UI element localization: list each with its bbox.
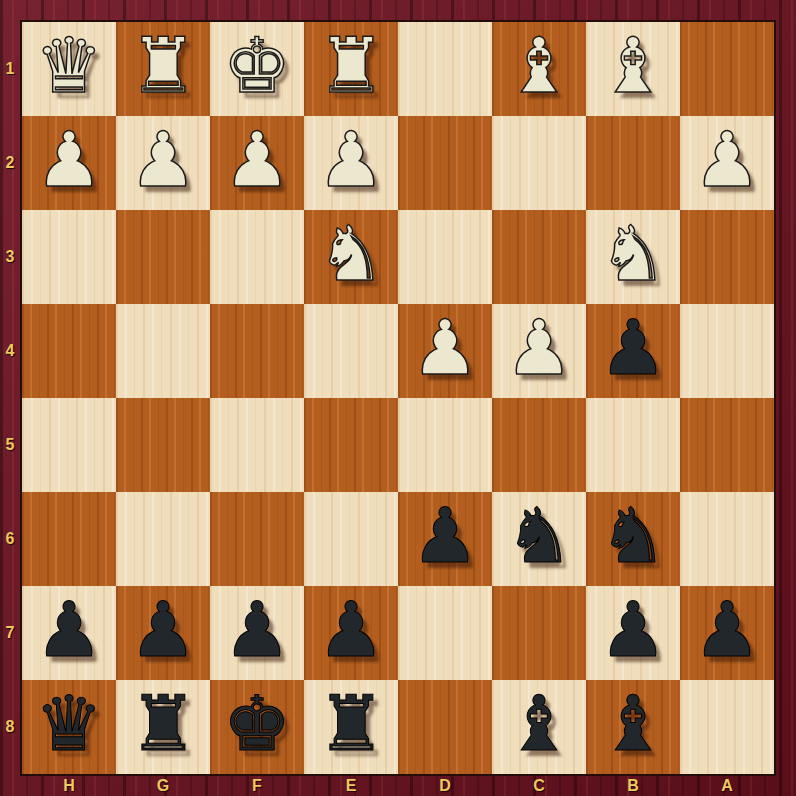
- square-b5[interactable]: [586, 398, 680, 492]
- square-d5[interactable]: [398, 398, 492, 492]
- square-b4[interactable]: ♟: [586, 304, 680, 398]
- piece-white-pawn[interactable]: ♟: [223, 122, 291, 198]
- rank-label-6: 6: [0, 492, 20, 586]
- square-b2[interactable]: [586, 116, 680, 210]
- piece-black-pawn[interactable]: ♟: [129, 592, 197, 668]
- rank-label-8: 8: [0, 680, 20, 774]
- rank-label-3: 3: [0, 210, 20, 304]
- square-e8[interactable]: ♜: [304, 680, 398, 774]
- square-d1[interactable]: [398, 22, 492, 116]
- piece-black-knight[interactable]: ♞: [505, 498, 573, 574]
- rank-label-5: 5: [0, 398, 20, 492]
- square-c7[interactable]: [492, 586, 586, 680]
- square-b1[interactable]: ♝: [586, 22, 680, 116]
- square-d8[interactable]: [398, 680, 492, 774]
- square-c6[interactable]: ♞: [492, 492, 586, 586]
- piece-white-knight[interactable]: ♞: [599, 216, 667, 292]
- square-f3[interactable]: [210, 210, 304, 304]
- square-c1[interactable]: ♝: [492, 22, 586, 116]
- piece-white-rook[interactable]: ♜: [129, 28, 197, 104]
- square-f4[interactable]: [210, 304, 304, 398]
- square-f6[interactable]: [210, 492, 304, 586]
- piece-black-pawn[interactable]: ♟: [599, 310, 667, 386]
- piece-white-knight[interactable]: ♞: [317, 216, 385, 292]
- square-h5[interactable]: [22, 398, 116, 492]
- piece-black-knight[interactable]: ♞: [599, 498, 667, 574]
- square-e7[interactable]: ♟: [304, 586, 398, 680]
- square-g7[interactable]: ♟: [116, 586, 210, 680]
- square-d2[interactable]: [398, 116, 492, 210]
- square-a4[interactable]: [680, 304, 774, 398]
- square-h8[interactable]: ♛: [22, 680, 116, 774]
- square-f2[interactable]: ♟: [210, 116, 304, 210]
- piece-black-bishop[interactable]: ♝: [505, 686, 573, 762]
- square-h1[interactable]: ♛: [22, 22, 116, 116]
- square-d3[interactable]: [398, 210, 492, 304]
- square-h3[interactable]: [22, 210, 116, 304]
- piece-white-king[interactable]: ♚: [223, 28, 291, 104]
- rank-label-1: 1: [0, 22, 20, 116]
- square-a8[interactable]: [680, 680, 774, 774]
- piece-white-queen[interactable]: ♛: [35, 28, 103, 104]
- square-e5[interactable]: [304, 398, 398, 492]
- piece-black-pawn[interactable]: ♟: [599, 592, 667, 668]
- square-d6[interactable]: ♟: [398, 492, 492, 586]
- piece-black-queen[interactable]: ♛: [35, 686, 103, 762]
- square-h7[interactable]: ♟: [22, 586, 116, 680]
- square-e6[interactable]: [304, 492, 398, 586]
- chess-diagram: ♛♜♚♜♝♝♟♟♟♟♟♞♞♟♟♟♟♞♞♟♟♟♟♟♟♛♜♚♜♝♝ 12345678…: [0, 0, 796, 796]
- square-c8[interactable]: ♝: [492, 680, 586, 774]
- square-g8[interactable]: ♜: [116, 680, 210, 774]
- square-c4[interactable]: ♟: [492, 304, 586, 398]
- square-b8[interactable]: ♝: [586, 680, 680, 774]
- square-f5[interactable]: [210, 398, 304, 492]
- square-a5[interactable]: [680, 398, 774, 492]
- piece-black-rook[interactable]: ♜: [317, 686, 385, 762]
- square-h4[interactable]: [22, 304, 116, 398]
- square-g4[interactable]: [116, 304, 210, 398]
- piece-black-pawn[interactable]: ♟: [693, 592, 761, 668]
- chess-board: ♛♜♚♜♝♝♟♟♟♟♟♞♞♟♟♟♟♞♞♟♟♟♟♟♟♛♜♚♜♝♝: [20, 20, 776, 776]
- square-e3[interactable]: ♞: [304, 210, 398, 304]
- rank-label-7: 7: [0, 586, 20, 680]
- file-labels: HGFEDCBA: [22, 776, 774, 796]
- piece-black-pawn[interactable]: ♟: [35, 592, 103, 668]
- file-label-c: C: [492, 776, 586, 796]
- square-e1[interactable]: ♜: [304, 22, 398, 116]
- rank-label-4: 4: [0, 304, 20, 398]
- square-b3[interactable]: ♞: [586, 210, 680, 304]
- file-label-b: B: [586, 776, 680, 796]
- piece-white-bishop[interactable]: ♝: [505, 28, 573, 104]
- square-a7[interactable]: ♟: [680, 586, 774, 680]
- piece-white-pawn[interactable]: ♟: [693, 122, 761, 198]
- square-f1[interactable]: ♚: [210, 22, 304, 116]
- square-g5[interactable]: [116, 398, 210, 492]
- rank-labels: 12345678: [0, 22, 20, 774]
- square-a1[interactable]: [680, 22, 774, 116]
- piece-white-pawn[interactable]: ♟: [505, 310, 573, 386]
- file-label-a: A: [680, 776, 774, 796]
- piece-white-pawn[interactable]: ♟: [35, 122, 103, 198]
- square-a3[interactable]: [680, 210, 774, 304]
- piece-white-bishop[interactable]: ♝: [599, 28, 667, 104]
- square-h2[interactable]: ♟: [22, 116, 116, 210]
- square-a6[interactable]: [680, 492, 774, 586]
- piece-black-rook[interactable]: ♜: [129, 686, 197, 762]
- piece-black-king[interactable]: ♚: [223, 686, 291, 762]
- square-h6[interactable]: [22, 492, 116, 586]
- square-d7[interactable]: [398, 586, 492, 680]
- square-a2[interactable]: ♟: [680, 116, 774, 210]
- piece-white-rook[interactable]: ♜: [317, 28, 385, 104]
- square-b7[interactable]: ♟: [586, 586, 680, 680]
- piece-black-bishop[interactable]: ♝: [599, 686, 667, 762]
- piece-black-pawn[interactable]: ♟: [223, 592, 291, 668]
- square-b6[interactable]: ♞: [586, 492, 680, 586]
- piece-black-pawn[interactable]: ♟: [317, 592, 385, 668]
- square-c5[interactable]: [492, 398, 586, 492]
- square-e2[interactable]: ♟: [304, 116, 398, 210]
- rank-label-2: 2: [0, 116, 20, 210]
- square-g2[interactable]: ♟: [116, 116, 210, 210]
- square-f8[interactable]: ♚: [210, 680, 304, 774]
- square-e4[interactable]: [304, 304, 398, 398]
- file-label-e: E: [304, 776, 398, 796]
- piece-white-pawn[interactable]: ♟: [317, 122, 385, 198]
- square-c2[interactable]: [492, 116, 586, 210]
- piece-black-pawn[interactable]: ♟: [411, 498, 479, 574]
- square-g1[interactable]: ♜: [116, 22, 210, 116]
- square-g6[interactable]: [116, 492, 210, 586]
- file-label-h: H: [22, 776, 116, 796]
- square-f7[interactable]: ♟: [210, 586, 304, 680]
- file-label-d: D: [398, 776, 492, 796]
- piece-white-pawn[interactable]: ♟: [129, 122, 197, 198]
- file-label-g: G: [116, 776, 210, 796]
- piece-white-pawn[interactable]: ♟: [411, 310, 479, 386]
- file-label-f: F: [210, 776, 304, 796]
- square-d4[interactable]: ♟: [398, 304, 492, 398]
- square-c3[interactable]: [492, 210, 586, 304]
- square-g3[interactable]: [116, 210, 210, 304]
